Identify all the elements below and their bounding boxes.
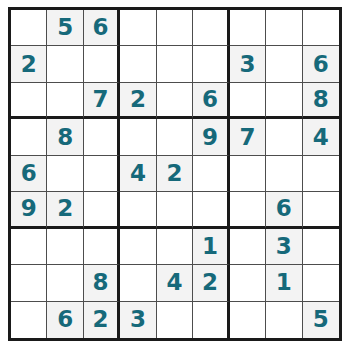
cell-r9c7[interactable] [230, 302, 266, 338]
cell-r7c9[interactable] [303, 229, 339, 265]
given-digit: 2 [57, 197, 73, 220]
cell-r7c4[interactable] [120, 229, 156, 265]
cell-r4c1[interactable] [11, 119, 47, 155]
cell-r6c2[interactable]: 2 [47, 192, 83, 228]
given-digit: 2 [130, 88, 146, 111]
cell-r3c8[interactable] [266, 83, 302, 119]
cell-r5c9[interactable] [303, 156, 339, 192]
cell-r1c9[interactable] [303, 10, 339, 46]
given-digit: 5 [57, 16, 73, 39]
cell-r9c6[interactable] [193, 302, 229, 338]
given-digit: 9 [21, 197, 37, 220]
cell-r2c6[interactable] [193, 46, 229, 82]
cell-r1c2[interactable]: 5 [47, 10, 83, 46]
cell-r1c3[interactable]: 6 [84, 10, 120, 46]
cell-r1c8[interactable] [266, 10, 302, 46]
cell-r9c8[interactable] [266, 302, 302, 338]
given-digit: 6 [93, 16, 109, 39]
cell-r7c2[interactable] [47, 229, 83, 265]
given-digit: 6 [57, 308, 73, 331]
cell-r4c2[interactable]: 8 [47, 119, 83, 155]
cell-r3c3[interactable]: 7 [84, 83, 120, 119]
cell-r4c3[interactable] [84, 119, 120, 155]
cell-r2c3[interactable] [84, 46, 120, 82]
cell-r5c1[interactable]: 6 [11, 156, 47, 192]
cell-r6c3[interactable] [84, 192, 120, 228]
cell-r5c7[interactable] [230, 156, 266, 192]
cell-r7c1[interactable] [11, 229, 47, 265]
cell-r3c9[interactable]: 8 [303, 83, 339, 119]
cell-r8c9[interactable] [303, 265, 339, 301]
cell-r3c7[interactable] [230, 83, 266, 119]
given-digit: 6 [21, 162, 37, 185]
cell-r2c8[interactable] [266, 46, 302, 82]
cell-r8c5[interactable]: 4 [157, 265, 193, 301]
cell-r7c5[interactable] [157, 229, 193, 265]
cell-r1c4[interactable] [120, 10, 156, 46]
given-digit: 3 [130, 308, 146, 331]
given-digit: 8 [57, 126, 73, 149]
cell-r9c9[interactable]: 5 [303, 302, 339, 338]
cell-r8c3[interactable]: 8 [84, 265, 120, 301]
cell-r4c5[interactable] [157, 119, 193, 155]
cell-r6c6[interactable] [193, 192, 229, 228]
given-digit: 2 [93, 308, 109, 331]
cell-r3c6[interactable]: 6 [193, 83, 229, 119]
cell-r9c4[interactable]: 3 [120, 302, 156, 338]
cell-r5c8[interactable] [266, 156, 302, 192]
cell-r4c4[interactable] [120, 119, 156, 155]
cell-r9c2[interactable]: 6 [47, 302, 83, 338]
cell-r3c2[interactable] [47, 83, 83, 119]
cell-r8c2[interactable] [47, 265, 83, 301]
cell-r9c1[interactable] [11, 302, 47, 338]
given-digit: 5 [313, 308, 329, 331]
cell-r8c1[interactable] [11, 265, 47, 301]
given-digit: 6 [276, 197, 292, 220]
cell-r1c7[interactable] [230, 10, 266, 46]
given-digit: 1 [276, 271, 292, 294]
cell-r8c4[interactable] [120, 265, 156, 301]
given-digit: 9 [202, 126, 218, 149]
cell-r9c3[interactable]: 2 [84, 302, 120, 338]
cell-r4c8[interactable] [266, 119, 302, 155]
cell-r7c8[interactable]: 3 [266, 229, 302, 265]
given-digit: 8 [93, 271, 109, 294]
cell-r1c1[interactable] [11, 10, 47, 46]
cell-r5c6[interactable] [193, 156, 229, 192]
cell-r5c5[interactable]: 2 [157, 156, 193, 192]
cell-r3c1[interactable] [11, 83, 47, 119]
cell-r2c1[interactable]: 2 [11, 46, 47, 82]
cell-r6c1[interactable]: 9 [11, 192, 47, 228]
cell-r3c4[interactable]: 2 [120, 83, 156, 119]
given-digit: 2 [202, 271, 218, 294]
cell-r6c9[interactable] [303, 192, 339, 228]
given-digit: 4 [313, 126, 329, 149]
given-digit: 3 [239, 53, 255, 76]
cell-r4c7[interactable]: 7 [230, 119, 266, 155]
cell-r2c7[interactable]: 3 [230, 46, 266, 82]
cell-r9c5[interactable] [157, 302, 193, 338]
cell-r2c2[interactable] [47, 46, 83, 82]
cell-r4c9[interactable]: 4 [303, 119, 339, 155]
given-digit: 1 [202, 235, 218, 258]
cell-r8c6[interactable]: 2 [193, 265, 229, 301]
given-digit: 6 [202, 88, 218, 111]
cell-r6c5[interactable] [157, 192, 193, 228]
cell-r6c7[interactable] [230, 192, 266, 228]
given-digit: 4 [130, 162, 146, 185]
cell-r7c7[interactable] [230, 229, 266, 265]
cell-r5c2[interactable] [47, 156, 83, 192]
cell-r1c6[interactable] [193, 10, 229, 46]
cell-r4c6[interactable]: 9 [193, 119, 229, 155]
given-digit: 3 [276, 235, 292, 258]
sudoku-board: 56236726889746429261384216235 [8, 7, 342, 341]
cell-r1c5[interactable] [157, 10, 193, 46]
cell-r8c7[interactable] [230, 265, 266, 301]
cell-r7c6[interactable]: 1 [193, 229, 229, 265]
cell-r6c8[interactable]: 6 [266, 192, 302, 228]
given-digit: 8 [313, 88, 329, 111]
cell-r6c4[interactable] [120, 192, 156, 228]
given-digit: 4 [166, 271, 182, 294]
given-digit: 2 [166, 162, 182, 185]
given-digit: 7 [93, 88, 109, 111]
cell-r3c5[interactable] [157, 83, 193, 119]
cell-r2c4[interactable] [120, 46, 156, 82]
given-digit: 6 [313, 53, 329, 76]
cell-r7c3[interactable] [84, 229, 120, 265]
given-digit: 7 [239, 126, 255, 149]
cell-r8c8[interactable]: 1 [266, 265, 302, 301]
cell-r5c4[interactable]: 4 [120, 156, 156, 192]
given-digit: 2 [21, 53, 37, 76]
cell-r2c5[interactable] [157, 46, 193, 82]
cell-r2c9[interactable]: 6 [303, 46, 339, 82]
cell-r5c3[interactable] [84, 156, 120, 192]
